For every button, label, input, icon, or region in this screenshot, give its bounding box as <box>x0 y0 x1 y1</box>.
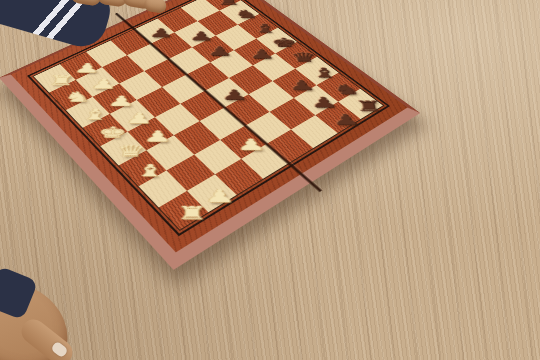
piece-white-pawn-d2[interactable]: ♟ <box>141 128 175 144</box>
piece-black-bishop-f8[interactable]: ♝ <box>250 22 280 34</box>
piece-white-pawn-g2[interactable]: ♟ <box>88 77 121 91</box>
piece-white-pawn-f2[interactable]: ♟ <box>105 93 138 108</box>
finger <box>70 0 102 7</box>
piece-black-knight-b8[interactable]: ♞ <box>329 82 363 96</box>
piece-white-bishop-c1[interactable]: ♝ <box>133 162 168 179</box>
piece-black-king-e8[interactable]: ♚ <box>268 36 299 49</box>
piece-black-pawn-f6[interactable]: ♟ <box>205 44 235 57</box>
piece-black-bishop-c8[interactable]: ♝ <box>308 66 340 80</box>
piece-black-rook-a8[interactable]: ♜ <box>351 98 386 113</box>
piece-white-pawn-a2[interactable]: ♟ <box>202 187 238 205</box>
piece-black-pawn-h5[interactable]: ♟ <box>146 27 176 39</box>
piece-black-queen-d8[interactable]: ♛ <box>288 51 319 64</box>
piece-white-pawn-b4[interactable]: ♟ <box>234 136 268 152</box>
piece-black-knight-g8[interactable]: ♞ <box>232 8 261 20</box>
piece-white-pawn-h2[interactable]: ♟ <box>71 61 103 75</box>
piece-black-pawn-c7[interactable]: ♟ <box>285 78 318 92</box>
piece-white-knight-g1[interactable]: ♞ <box>61 90 95 105</box>
piece-black-pawn-d5[interactable]: ♟ <box>219 88 251 103</box>
piece-black-pawn-g6[interactable]: ♟ <box>187 30 216 42</box>
piece-black-rook-h8[interactable]: ♜ <box>214 0 242 6</box>
piece-white-pawn-e2[interactable]: ♟ <box>123 110 156 125</box>
